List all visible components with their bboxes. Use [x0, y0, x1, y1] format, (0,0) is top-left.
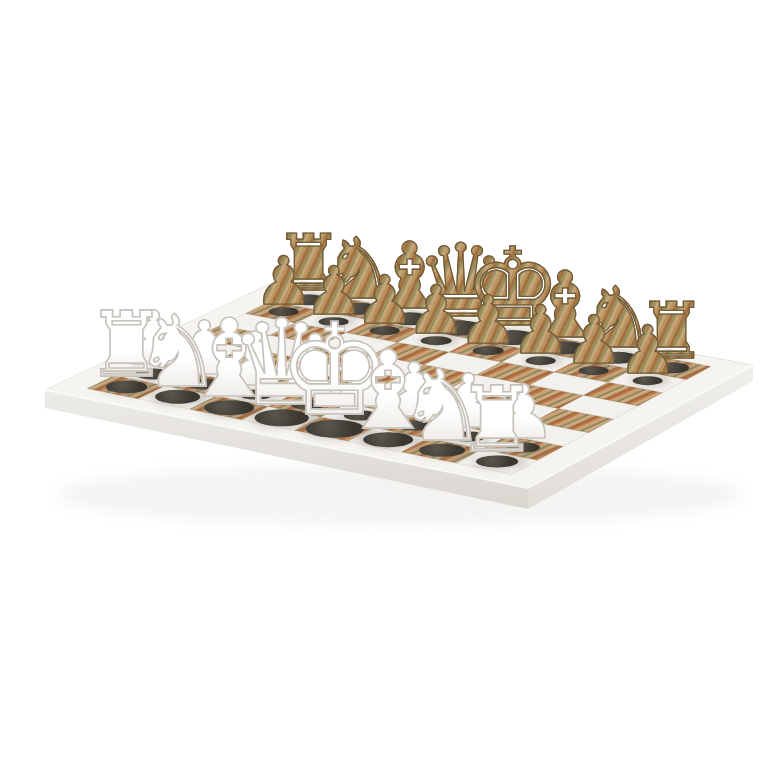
chess-set-scene: ♜♞♝♛♚♝♞♜♟♟♟♟♟♟♟♟♟♟♟♟♟♟♟♟♜♞♝♛♚♝♞♜ [0, 0, 767, 767]
piece-glyph: ♟ [564, 307, 624, 374]
piece-glyph: ♟ [458, 287, 518, 354]
piece-glyph: ♟ [511, 297, 571, 364]
piece-glyph: ♟ [618, 317, 678, 384]
piece-glyph: ♜ [456, 374, 537, 465]
